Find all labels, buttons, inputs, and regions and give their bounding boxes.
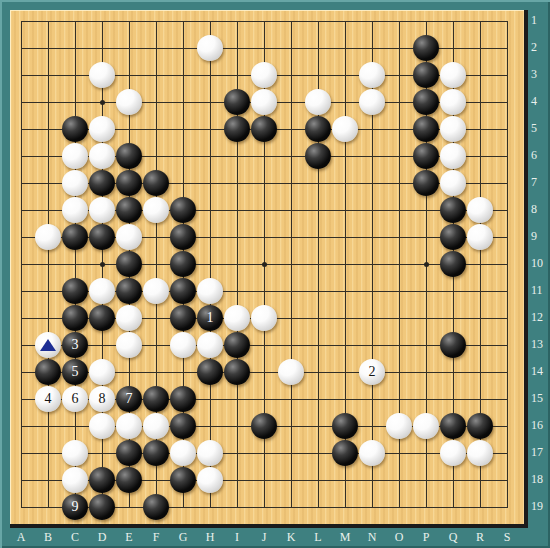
grid-line — [291, 21, 292, 508]
row-label-15: 15 — [531, 391, 550, 406]
stone-white-e12[interactable] — [116, 305, 142, 331]
row-label-3: 3 — [531, 67, 550, 82]
row-label-10: 10 — [531, 256, 550, 271]
stone-black-q13[interactable] — [440, 332, 466, 358]
stone-white-c18[interactable] — [62, 467, 88, 493]
stone-white-n17[interactable] — [359, 440, 385, 466]
col-label-a: A — [11, 530, 31, 545]
stone-white-d11[interactable] — [89, 278, 115, 304]
stone-white-q4[interactable] — [440, 89, 466, 115]
stone-white-q5[interactable] — [440, 116, 466, 142]
col-label-o: O — [389, 530, 409, 545]
stone-white-o16[interactable] — [386, 413, 412, 439]
stone-black-e17[interactable] — [116, 440, 142, 466]
row-label-19: 19 — [531, 499, 550, 514]
stone-black-i14[interactable] — [224, 359, 250, 385]
stone-black-e18[interactable] — [116, 467, 142, 493]
stone-black-q9[interactable] — [440, 224, 466, 250]
stone-white-n14[interactable]: 2 — [359, 359, 385, 385]
col-label-q: Q — [443, 530, 463, 545]
stone-black-e7[interactable] — [116, 170, 142, 196]
col-label-d: D — [92, 530, 112, 545]
stone-black-d7[interactable] — [89, 170, 115, 196]
stone-black-f7[interactable] — [143, 170, 169, 196]
row-label-16: 16 — [531, 418, 550, 433]
col-label-e: E — [119, 530, 139, 545]
row-label-18: 18 — [531, 472, 550, 487]
grid-line — [507, 21, 508, 508]
stone-black-d9[interactable] — [89, 224, 115, 250]
stone-white-q6[interactable] — [440, 143, 466, 169]
stone-black-q10[interactable] — [440, 251, 466, 277]
stone-black-c5[interactable] — [62, 116, 88, 142]
stone-black-p6[interactable] — [413, 143, 439, 169]
stone-black-c13[interactable]: 3 — [62, 332, 88, 358]
stone-black-g8[interactable] — [170, 197, 196, 223]
row-label-6: 6 — [531, 148, 550, 163]
stone-black-r16[interactable] — [467, 413, 493, 439]
col-label-f: F — [146, 530, 166, 545]
stone-white-h13[interactable] — [197, 332, 223, 358]
stone-black-c12[interactable] — [62, 305, 88, 331]
col-label-r: R — [470, 530, 490, 545]
stone-white-d3[interactable] — [89, 62, 115, 88]
stone-black-p3[interactable] — [413, 62, 439, 88]
stone-white-f11[interactable] — [143, 278, 169, 304]
stone-white-d6[interactable] — [89, 143, 115, 169]
stone-white-h11[interactable] — [197, 278, 223, 304]
stone-black-g18[interactable] — [170, 467, 196, 493]
stone-black-g9[interactable] — [170, 224, 196, 250]
stone-white-c7[interactable] — [62, 170, 88, 196]
stone-black-f17[interactable] — [143, 440, 169, 466]
col-label-s: S — [497, 530, 517, 545]
stone-white-g13[interactable] — [170, 332, 196, 358]
col-label-m: M — [335, 530, 355, 545]
stone-black-h12[interactable]: 1 — [197, 305, 223, 331]
stone-black-h14[interactable] — [197, 359, 223, 385]
col-label-j: J — [254, 530, 274, 545]
col-label-b: B — [38, 530, 58, 545]
stone-white-j12[interactable] — [251, 305, 277, 331]
stone-white-e16[interactable] — [116, 413, 142, 439]
col-label-i: I — [227, 530, 247, 545]
stone-white-b15[interactable]: 4 — [35, 386, 61, 412]
stone-white-p16[interactable] — [413, 413, 439, 439]
stone-white-j3[interactable] — [251, 62, 277, 88]
stone-white-r8[interactable] — [467, 197, 493, 223]
stone-black-j16[interactable] — [251, 413, 277, 439]
grid-line — [21, 345, 508, 346]
stone-black-d12[interactable] — [89, 305, 115, 331]
row-label-5: 5 — [531, 121, 550, 136]
stone-white-f8[interactable] — [143, 197, 169, 223]
stone-white-g17[interactable] — [170, 440, 196, 466]
stone-white-c17[interactable] — [62, 440, 88, 466]
stone-white-r17[interactable] — [467, 440, 493, 466]
row-label-17: 17 — [531, 445, 550, 460]
col-label-l: L — [308, 530, 328, 545]
move-number-label: 8 — [99, 391, 106, 406]
move-number-label: 5 — [72, 364, 79, 379]
stone-white-n4[interactable] — [359, 89, 385, 115]
stone-white-f16[interactable] — [143, 413, 169, 439]
stone-white-q7[interactable] — [440, 170, 466, 196]
stone-black-l5[interactable] — [305, 116, 331, 142]
stone-white-n3[interactable] — [359, 62, 385, 88]
col-label-h: H — [200, 530, 220, 545]
row-label-13: 13 — [531, 337, 550, 352]
stone-black-d18[interactable] — [89, 467, 115, 493]
stone-black-m17[interactable] — [332, 440, 358, 466]
stone-white-d8[interactable] — [89, 197, 115, 223]
stone-white-m5[interactable] — [332, 116, 358, 142]
col-label-n: N — [362, 530, 382, 545]
stone-black-i4[interactable] — [224, 89, 250, 115]
stone-black-g16[interactable] — [170, 413, 196, 439]
stone-white-c6[interactable] — [62, 143, 88, 169]
stone-black-b14[interactable] — [35, 359, 61, 385]
stone-black-e8[interactable] — [116, 197, 142, 223]
move-number-label: 4 — [45, 391, 52, 406]
stone-white-c15[interactable]: 6 — [62, 386, 88, 412]
stone-black-e6[interactable] — [116, 143, 142, 169]
stone-black-p4[interactable] — [413, 89, 439, 115]
stone-white-q17[interactable] — [440, 440, 466, 466]
stone-black-p2[interactable] — [413, 35, 439, 61]
stone-white-e4[interactable] — [116, 89, 142, 115]
col-label-c: C — [65, 530, 85, 545]
stone-black-c14[interactable]: 5 — [62, 359, 88, 385]
stone-black-m16[interactable] — [332, 413, 358, 439]
move-number-label: 3 — [72, 337, 79, 352]
row-label-8: 8 — [531, 202, 550, 217]
stone-black-c9[interactable] — [62, 224, 88, 250]
row-label-12: 12 — [531, 310, 550, 325]
stone-black-c19[interactable]: 9 — [62, 494, 88, 520]
go-board[interactable]: 135246879 — [10, 10, 528, 528]
stone-white-b13[interactable] — [35, 332, 61, 358]
stone-black-e11[interactable] — [116, 278, 142, 304]
stone-white-h18[interactable] — [197, 467, 223, 493]
stone-white-d5[interactable] — [89, 116, 115, 142]
stone-white-d14[interactable] — [89, 359, 115, 385]
triangle-marker-icon — [40, 339, 56, 351]
stone-white-c8[interactable] — [62, 197, 88, 223]
grid-line — [21, 453, 508, 454]
move-number-label: 6 — [72, 391, 79, 406]
stone-white-l4[interactable] — [305, 89, 331, 115]
row-label-14: 14 — [531, 364, 550, 379]
star-point-d4 — [100, 100, 105, 105]
move-number-label: 1 — [207, 310, 214, 325]
stone-white-h17[interactable] — [197, 440, 223, 466]
row-label-9: 9 — [531, 229, 550, 244]
row-label-2: 2 — [531, 40, 550, 55]
stone-black-q16[interactable] — [440, 413, 466, 439]
stone-white-j4[interactable] — [251, 89, 277, 115]
col-label-k: K — [281, 530, 301, 545]
stone-black-c11[interactable] — [62, 278, 88, 304]
stone-black-l6[interactable] — [305, 143, 331, 169]
stone-black-j5[interactable] — [251, 116, 277, 142]
stone-black-p7[interactable] — [413, 170, 439, 196]
row-label-11: 11 — [531, 283, 550, 298]
stone-white-r9[interactable] — [467, 224, 493, 250]
stone-black-i13[interactable] — [224, 332, 250, 358]
stone-white-q3[interactable] — [440, 62, 466, 88]
stone-black-d19[interactable] — [89, 494, 115, 520]
star-point-j10 — [262, 262, 267, 267]
stone-white-b9[interactable] — [35, 224, 61, 250]
stone-white-e9[interactable] — [116, 224, 142, 250]
stone-black-f15[interactable] — [143, 386, 169, 412]
stone-white-k14[interactable] — [278, 359, 304, 385]
stone-white-d15[interactable]: 8 — [89, 386, 115, 412]
go-board-screen: 135246879 ABCDEFGHIJKLMNOPQRS12345678910… — [0, 0, 550, 548]
stone-white-i12[interactable] — [224, 305, 250, 331]
row-label-7: 7 — [531, 175, 550, 190]
stone-black-g11[interactable] — [170, 278, 196, 304]
row-label-4: 4 — [531, 94, 550, 109]
stone-black-p5[interactable] — [413, 116, 439, 142]
stone-black-i5[interactable] — [224, 116, 250, 142]
move-number-label: 9 — [72, 499, 79, 514]
star-point-d10 — [100, 262, 105, 267]
col-label-p: P — [416, 530, 436, 545]
stone-black-f19[interactable] — [143, 494, 169, 520]
stone-black-q8[interactable] — [440, 197, 466, 223]
stone-white-e13[interactable] — [116, 332, 142, 358]
move-number-label: 2 — [369, 364, 376, 379]
stone-black-g12[interactable] — [170, 305, 196, 331]
stone-black-e15[interactable]: 7 — [116, 386, 142, 412]
star-point-p10 — [424, 262, 429, 267]
col-label-g: G — [173, 530, 193, 545]
stone-black-e10[interactable] — [116, 251, 142, 277]
stone-white-h2[interactable] — [197, 35, 223, 61]
row-label-1: 1 — [531, 13, 550, 28]
stone-black-g10[interactable] — [170, 251, 196, 277]
stone-white-d16[interactable] — [89, 413, 115, 439]
stone-black-g15[interactable] — [170, 386, 196, 412]
move-number-label: 7 — [126, 391, 133, 406]
